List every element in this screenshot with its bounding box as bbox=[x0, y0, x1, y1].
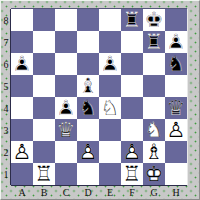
rank-label-4: 4 bbox=[1, 97, 11, 119]
square-g4[interactable] bbox=[143, 97, 165, 119]
square-a5[interactable] bbox=[11, 75, 33, 97]
piece-glyph-outline: ♘ bbox=[99, 97, 121, 119]
square-a1[interactable] bbox=[11, 163, 33, 185]
square-e3[interactable] bbox=[99, 119, 121, 141]
square-c4[interactable]: ♟♙ bbox=[55, 97, 77, 119]
square-d6[interactable] bbox=[77, 53, 99, 75]
square-g5[interactable] bbox=[143, 75, 165, 97]
piece-white-rook[interactable]: ♜♖ bbox=[121, 163, 143, 185]
file-label-e: E bbox=[99, 185, 121, 199]
file-labels: ABCDEFGH bbox=[11, 185, 187, 199]
rank-label-8: 8 bbox=[1, 9, 11, 31]
piece-black-rook[interactable]: ♜♖ bbox=[143, 31, 165, 53]
piece-black-knight[interactable]: ♞♘ bbox=[165, 53, 187, 75]
square-f1[interactable]: ♜♖ bbox=[121, 163, 143, 185]
square-a3[interactable] bbox=[11, 119, 33, 141]
square-a2[interactable]: ♟♙ bbox=[11, 141, 33, 163]
rank-label-7: 7 bbox=[1, 31, 11, 53]
piece-glyph-outline: ♖ bbox=[121, 163, 143, 185]
piece-glyph-outline: ♙ bbox=[99, 53, 121, 75]
rank-label-6: 6 bbox=[1, 53, 11, 75]
square-h2[interactable] bbox=[165, 141, 187, 163]
piece-glyph-outline: ♙ bbox=[165, 31, 187, 53]
piece-glyph-outline: ♙ bbox=[11, 141, 33, 163]
piece-glyph-outline: ♖ bbox=[143, 31, 165, 53]
square-c6[interactable] bbox=[55, 53, 77, 75]
rank-labels: 87654321 bbox=[1, 9, 11, 185]
piece-glyph-outline: ♙ bbox=[11, 53, 33, 75]
piece-glyph-outline: ♙ bbox=[121, 141, 143, 163]
square-e5[interactable] bbox=[99, 75, 121, 97]
file-label-d: D bbox=[77, 185, 99, 199]
square-d2[interactable]: ♟♙ bbox=[77, 141, 99, 163]
piece-black-bishop[interactable]: ♝♗ bbox=[77, 75, 99, 97]
square-h7[interactable]: ♟♙ bbox=[165, 31, 187, 53]
square-g7[interactable]: ♜♖ bbox=[143, 31, 165, 53]
piece-glyph-outline: ♖ bbox=[33, 163, 55, 185]
piece-white-pawn[interactable]: ♟♙ bbox=[165, 119, 187, 141]
square-g3[interactable]: ♞♘ bbox=[143, 119, 165, 141]
piece-black-rook[interactable]: ♜♖ bbox=[121, 9, 143, 31]
file-label-g: G bbox=[143, 185, 165, 199]
square-e8[interactable] bbox=[99, 9, 121, 31]
piece-white-bishop[interactable]: ♝♗ bbox=[143, 141, 165, 163]
rank-label-1: 1 bbox=[1, 163, 11, 185]
square-b1[interactable]: ♜♖ bbox=[33, 163, 55, 185]
piece-white-pawn[interactable]: ♟♙ bbox=[11, 141, 33, 163]
square-e4[interactable]: ♞♘ bbox=[99, 97, 121, 119]
square-e2[interactable] bbox=[99, 141, 121, 163]
piece-glyph-outline: ♙ bbox=[55, 97, 77, 119]
square-h5[interactable] bbox=[165, 75, 187, 97]
rank-label-3: 3 bbox=[1, 119, 11, 141]
square-c1[interactable] bbox=[55, 163, 77, 185]
piece-glyph-outline: ♔ bbox=[143, 163, 165, 185]
piece-white-pawn[interactable]: ♟♙ bbox=[121, 141, 143, 163]
file-label-f: F bbox=[121, 185, 143, 199]
square-f8[interactable]: ♜♖ bbox=[121, 9, 143, 31]
square-b4[interactable] bbox=[33, 97, 55, 119]
square-b6[interactable] bbox=[33, 53, 55, 75]
square-a8[interactable] bbox=[11, 9, 33, 31]
piece-glyph-outline: ♙ bbox=[165, 119, 187, 141]
rank-label-2: 2 bbox=[1, 141, 11, 163]
square-f2[interactable]: ♟♙ bbox=[121, 141, 143, 163]
square-h4[interactable]: ♛♕ bbox=[165, 97, 187, 119]
square-h8[interactable] bbox=[165, 9, 187, 31]
square-b3[interactable] bbox=[33, 119, 55, 141]
rank-label-5: 5 bbox=[1, 75, 11, 97]
piece-glyph-outline: ♕ bbox=[165, 97, 187, 119]
square-f5[interactable] bbox=[121, 75, 143, 97]
square-f4[interactable] bbox=[121, 97, 143, 119]
square-f7[interactable] bbox=[121, 31, 143, 53]
square-d4[interactable]: ♞♘ bbox=[77, 97, 99, 119]
piece-glyph-outline: ♗ bbox=[77, 75, 99, 97]
square-h6[interactable]: ♞♘ bbox=[165, 53, 187, 75]
file-label-a: A bbox=[11, 185, 33, 199]
piece-glyph-outline: ♔ bbox=[143, 9, 165, 31]
square-h3[interactable]: ♟♙ bbox=[165, 119, 187, 141]
piece-black-pawn[interactable]: ♟♙ bbox=[165, 31, 187, 53]
square-g1[interactable]: ♚♔ bbox=[143, 163, 165, 185]
piece-glyph-outline: ♕ bbox=[55, 119, 77, 141]
piece-black-pawn[interactable]: ♟♙ bbox=[11, 53, 33, 75]
square-d1[interactable] bbox=[77, 163, 99, 185]
piece-white-queen[interactable]: ♛♕ bbox=[55, 119, 77, 141]
square-a7[interactable] bbox=[11, 31, 33, 53]
piece-glyph-outline: ♘ bbox=[77, 97, 99, 119]
square-d5[interactable]: ♝♗ bbox=[77, 75, 99, 97]
square-d7[interactable] bbox=[77, 31, 99, 53]
piece-black-pawn[interactable]: ♟♙ bbox=[99, 53, 121, 75]
square-d8[interactable] bbox=[77, 9, 99, 31]
square-c5[interactable] bbox=[55, 75, 77, 97]
piece-black-king[interactable]: ♚♔ bbox=[143, 9, 165, 31]
piece-white-knight[interactable]: ♞♘ bbox=[99, 97, 121, 119]
square-a6[interactable]: ♟♙ bbox=[11, 53, 33, 75]
square-c8[interactable] bbox=[55, 9, 77, 31]
square-g6[interactable] bbox=[143, 53, 165, 75]
piece-white-knight[interactable]: ♞♘ bbox=[143, 119, 165, 141]
square-c3[interactable]: ♛♕ bbox=[55, 119, 77, 141]
piece-white-pawn[interactable]: ♟♙ bbox=[77, 141, 99, 163]
square-g2[interactable]: ♝♗ bbox=[143, 141, 165, 163]
square-f3[interactable] bbox=[121, 119, 143, 141]
piece-glyph-outline: ♘ bbox=[165, 53, 187, 75]
piece-black-queen[interactable]: ♛♕ bbox=[165, 97, 187, 119]
square-c2[interactable] bbox=[55, 141, 77, 163]
square-e1[interactable] bbox=[99, 163, 121, 185]
piece-white-king[interactable]: ♚♔ bbox=[143, 163, 165, 185]
square-b7[interactable] bbox=[33, 31, 55, 53]
piece-glyph-outline: ♘ bbox=[143, 119, 165, 141]
square-b8[interactable] bbox=[33, 9, 55, 31]
piece-white-rook[interactable]: ♜♖ bbox=[33, 163, 55, 185]
square-f6[interactable] bbox=[121, 53, 143, 75]
square-h1[interactable] bbox=[165, 163, 187, 185]
square-c7[interactable] bbox=[55, 31, 77, 53]
file-label-b: B bbox=[33, 185, 55, 199]
piece-glyph-outline: ♙ bbox=[77, 141, 99, 163]
file-label-h: H bbox=[165, 185, 187, 199]
piece-black-knight[interactable]: ♞♘ bbox=[77, 97, 99, 119]
piece-glyph-outline: ♖ bbox=[121, 9, 143, 31]
square-d3[interactable] bbox=[77, 119, 99, 141]
piece-glyph-outline: ♗ bbox=[143, 141, 165, 163]
square-g8[interactable]: ♚♔ bbox=[143, 9, 165, 31]
square-a4[interactable] bbox=[11, 97, 33, 119]
square-e7[interactable] bbox=[99, 31, 121, 53]
chess-board: ♜♖♚♔♜♖♟♙♟♙♟♙♞♘♝♗♟♙♞♘♞♘♛♕♛♕♞♘♟♙♟♙♟♙♟♙♝♗♜♖… bbox=[11, 9, 187, 185]
file-label-c: C bbox=[55, 185, 77, 199]
square-e6[interactable]: ♟♙ bbox=[99, 53, 121, 75]
square-b5[interactable] bbox=[33, 75, 55, 97]
piece-black-pawn[interactable]: ♟♙ bbox=[55, 97, 77, 119]
square-b2[interactable] bbox=[33, 141, 55, 163]
chess-board-frame: 87654321 ♜♖♚♔♜♖♟♙♟♙♟♙♞♘♝♗♟♙♞♘♞♘♛♕♛♕♞♘♟♙♟… bbox=[0, 0, 200, 200]
